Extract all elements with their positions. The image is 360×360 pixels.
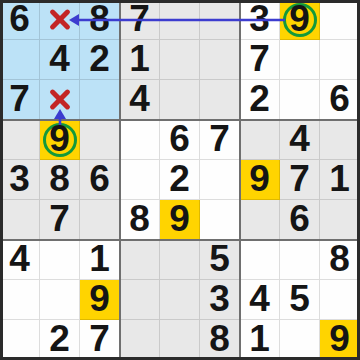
cell-r5c1[interactable]: 3: [0, 160, 40, 200]
cell-r4c7[interactable]: [240, 120, 280, 160]
digit: 6: [89, 160, 110, 197]
digit: 6: [9, 0, 30, 37]
cell-r1c2[interactable]: [40, 0, 80, 40]
cell-r4c4[interactable]: [120, 120, 160, 160]
cell-r3c1[interactable]: 7: [0, 80, 40, 120]
cell-r2c2[interactable]: 4: [40, 40, 80, 80]
cell-r3c5[interactable]: [160, 80, 200, 120]
cell-r7c8[interactable]: [280, 240, 320, 280]
cell-r2c9[interactable]: [320, 40, 360, 80]
cell-r7c2[interactable]: [40, 240, 80, 280]
cell-r6c3[interactable]: [80, 200, 120, 240]
cell-r7c1[interactable]: 4: [0, 240, 40, 280]
cell-r2c8[interactable]: [280, 40, 320, 80]
cell-r2c4[interactable]: 1: [120, 40, 160, 80]
cell-r8c1[interactable]: [0, 280, 40, 320]
digit: 4: [249, 280, 270, 317]
cell-r7c6[interactable]: 5: [200, 240, 240, 280]
digit: 8: [329, 240, 350, 277]
cell-r8c9[interactable]: [320, 280, 360, 320]
cell-r3c6[interactable]: [200, 80, 240, 120]
sudoku-grid: 6873942177426967438629717896415893452781…: [0, 0, 360, 360]
digit: 1: [329, 160, 350, 197]
digit: 4: [49, 40, 70, 77]
cell-r7c9[interactable]: 8: [320, 240, 360, 280]
cell-r1c7[interactable]: 3: [240, 0, 280, 40]
cell-r2c7[interactable]: 7: [240, 40, 280, 80]
cell-r9c9[interactable]: 9: [320, 320, 360, 360]
cell-r7c4[interactable]: [120, 240, 160, 280]
cell-r3c9[interactable]: 6: [320, 80, 360, 120]
digit: 4: [9, 240, 30, 277]
cell-r8c8[interactable]: 5: [280, 280, 320, 320]
digit: 3: [209, 280, 230, 317]
cell-r7c5[interactable]: [160, 240, 200, 280]
cell-r1c6[interactable]: [200, 0, 240, 40]
cell-r5c6[interactable]: [200, 160, 240, 200]
cell-r9c2[interactable]: 2: [40, 320, 80, 360]
digit: 7: [289, 160, 310, 197]
cell-r9c8[interactable]: [280, 320, 320, 360]
cell-r2c5[interactable]: [160, 40, 200, 80]
cell-r5c9[interactable]: 1: [320, 160, 360, 200]
digit: 9: [169, 200, 190, 237]
cell-r8c6[interactable]: 3: [200, 280, 240, 320]
cell-r5c8[interactable]: 7: [280, 160, 320, 200]
digit: 6: [169, 120, 190, 157]
cell-r2c6[interactable]: [200, 40, 240, 80]
digit: 2: [169, 160, 190, 197]
cell-r9c1[interactable]: [0, 320, 40, 360]
cell-r7c7[interactable]: [240, 240, 280, 280]
digit: 3: [9, 160, 30, 197]
cell-r5c5[interactable]: 2: [160, 160, 200, 200]
cell-r6c1[interactable]: [0, 200, 40, 240]
digit: 8: [89, 0, 110, 37]
cell-r6c7[interactable]: [240, 200, 280, 240]
digit: 8: [129, 200, 150, 237]
cell-r6c9[interactable]: [320, 200, 360, 240]
cell-r1c3[interactable]: 8: [80, 0, 120, 40]
digit: 1: [89, 240, 110, 277]
cell-r4c1[interactable]: [0, 120, 40, 160]
cell-r9c3[interactable]: 7: [80, 320, 120, 360]
digit: 9: [49, 120, 70, 157]
cell-r6c8[interactable]: 6: [280, 200, 320, 240]
digit: 3: [249, 0, 270, 37]
digit: 9: [89, 280, 110, 317]
cell-r8c4[interactable]: [120, 280, 160, 320]
cell-r1c8[interactable]: 9: [280, 0, 320, 40]
cell-r8c5[interactable]: [160, 280, 200, 320]
cell-r5c3[interactable]: 6: [80, 160, 120, 200]
digit: 6: [329, 80, 350, 117]
elimination-x-mark: [46, 86, 74, 114]
cell-r4c6[interactable]: 7: [200, 120, 240, 160]
digit: 1: [129, 40, 150, 77]
cell-r9c6[interactable]: 8: [200, 320, 240, 360]
digit: 2: [89, 40, 110, 77]
digit: 2: [49, 320, 70, 357]
cell-r3c2[interactable]: [40, 80, 80, 120]
digit: 5: [209, 240, 230, 277]
digit: 8: [209, 320, 230, 357]
cell-r3c7[interactable]: 2: [240, 80, 280, 120]
cell-r1c4[interactable]: 7: [120, 0, 160, 40]
cell-r9c4[interactable]: [120, 320, 160, 360]
cell-r5c4[interactable]: [120, 160, 160, 200]
digit: 9: [249, 160, 270, 197]
cell-r4c9[interactable]: [320, 120, 360, 160]
sudoku-board: 6873942177426967438629717896415893452781…: [0, 0, 360, 360]
cell-r7c3[interactable]: 1: [80, 240, 120, 280]
digit: 5: [289, 280, 310, 317]
cell-r5c7[interactable]: 9: [240, 160, 280, 200]
cell-r2c1[interactable]: [0, 40, 40, 80]
elimination-x-mark: [46, 6, 74, 34]
cell-r6c4[interactable]: 8: [120, 200, 160, 240]
digit: 6: [289, 200, 310, 237]
cell-r3c8[interactable]: [280, 80, 320, 120]
digit: 2: [249, 80, 270, 117]
cell-r4c5[interactable]: 6: [160, 120, 200, 160]
digit: 7: [49, 200, 70, 237]
digit: 4: [289, 120, 310, 157]
digit: 9: [289, 0, 310, 37]
digit: 4: [129, 80, 150, 117]
digit: 7: [249, 40, 270, 77]
cell-r1c9[interactable]: [320, 0, 360, 40]
digit: 7: [209, 120, 230, 157]
cell-r8c2[interactable]: [40, 280, 80, 320]
cell-r8c7[interactable]: 4: [240, 280, 280, 320]
cell-r6c6[interactable]: [200, 200, 240, 240]
cell-r3c3[interactable]: [80, 80, 120, 120]
cell-r8c3[interactable]: 9: [80, 280, 120, 320]
cell-r4c8[interactable]: 4: [280, 120, 320, 160]
cell-r2c3[interactable]: 2: [80, 40, 120, 80]
cell-r6c2[interactable]: 7: [40, 200, 80, 240]
cell-r4c3[interactable]: [80, 120, 120, 160]
cell-r3c4[interactable]: 4: [120, 80, 160, 120]
digit: 7: [9, 80, 30, 117]
cell-r1c1[interactable]: 6: [0, 0, 40, 40]
cell-r9c5[interactable]: [160, 320, 200, 360]
cell-r9c7[interactable]: 1: [240, 320, 280, 360]
cell-r4c2[interactable]: 9: [40, 120, 80, 160]
digit: 7: [89, 320, 110, 357]
digit: 9: [329, 320, 350, 357]
cell-r1c5[interactable]: [160, 0, 200, 40]
cell-r6c5[interactable]: 9: [160, 200, 200, 240]
digit: 7: [129, 0, 150, 37]
digit: 1: [249, 320, 270, 357]
cell-r5c2[interactable]: 8: [40, 160, 80, 200]
digit: 8: [49, 160, 70, 197]
